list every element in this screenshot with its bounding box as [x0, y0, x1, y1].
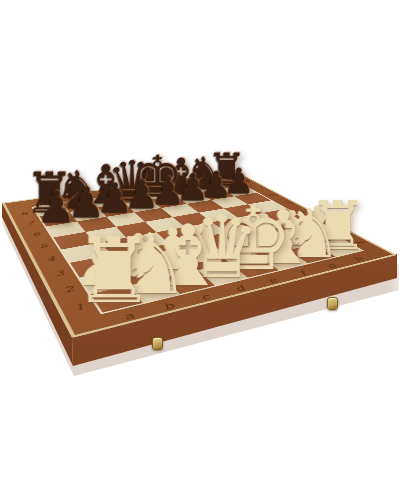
pieces-layer: ♜♞♝♛♚♝♞♜♟♟♟♟♟♟♟♟♟♟♟♟♟♟♟♟♜♞♝♛♚♝♞♜ — [0, 0, 400, 498]
piece-black-pawn-a7[interactable]: ♟ — [37, 185, 76, 229]
chess-set-photo: abcdefgh abcdefgh 87654321 87654321 ♜♞♝♛… — [0, 0, 400, 498]
piece-white-rook-a1[interactable]: ♜ — [74, 226, 155, 316]
